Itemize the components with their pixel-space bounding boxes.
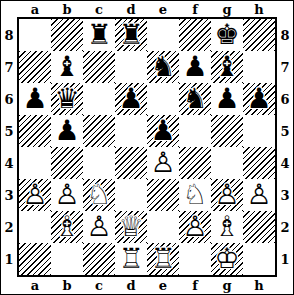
square-g4[interactable] (211, 147, 243, 179)
square-b7[interactable]: ♝♝ (51, 51, 83, 83)
square-b4[interactable] (51, 147, 83, 179)
square-h5[interactable] (243, 115, 275, 147)
square-e3[interactable] (147, 179, 179, 211)
square-f1[interactable] (179, 243, 211, 275)
file-label-f: f (179, 279, 211, 292)
black-pawn-glyph: ♟ (182, 51, 207, 83)
square-c5[interactable] (83, 115, 115, 147)
rank-label-1: 1 (280, 253, 289, 266)
black-pawn-glyph: ♟ (22, 83, 47, 115)
square-c6[interactable] (83, 83, 115, 115)
white-pawn-glyph: ♙ (86, 211, 111, 243)
black-pawn-glyph: ♟ (54, 115, 79, 147)
square-e8[interactable] (147, 19, 179, 51)
square-d6[interactable]: ♟♟ (115, 83, 147, 115)
chess-board: ♜♜♜♜♚♚♝♝♞♞♟♟♝♝♟♟♛♛♟♟♞♞♟♟♟♟♟♟♟♟♟♙♟♙♟♙♞♘♞♘… (19, 19, 275, 275)
file-label-h: h (243, 3, 275, 16)
black-bishop[interactable]: ♝♝ (211, 51, 243, 83)
square-a4[interactable] (19, 147, 51, 179)
black-king[interactable]: ♚♚ (211, 19, 243, 51)
white-pawn-glyph: ♙ (246, 179, 271, 211)
black-knight[interactable]: ♞♞ (179, 83, 211, 115)
rank-label-3: 3 (4, 189, 13, 202)
white-pawn[interactable]: ♟♙ (51, 179, 83, 211)
square-d1[interactable]: ♜♖ (115, 243, 147, 275)
file-label-c: c (83, 3, 115, 16)
black-pawn-glyph: ♟ (150, 115, 175, 147)
square-f3[interactable]: ♞♘ (179, 179, 211, 211)
square-d8[interactable]: ♜♜ (115, 19, 147, 51)
white-pawn[interactable]: ♟♙ (19, 179, 51, 211)
white-knight-glyph: ♘ (182, 179, 207, 211)
black-rook[interactable]: ♜♜ (115, 19, 147, 51)
white-pawn[interactable]: ♟♙ (243, 179, 275, 211)
black-pawn[interactable]: ♟♟ (115, 83, 147, 115)
square-a5[interactable] (19, 115, 51, 147)
square-d3[interactable] (115, 179, 147, 211)
square-f8[interactable] (179, 19, 211, 51)
square-c4[interactable] (83, 147, 115, 179)
square-g8[interactable]: ♚♚ (211, 19, 243, 51)
white-rook-glyph: ♖ (150, 243, 175, 275)
rank-label-4: 4 (280, 157, 289, 170)
white-knight-glyph: ♘ (86, 179, 111, 211)
square-b8[interactable] (51, 19, 83, 51)
square-f2[interactable]: ♟♙ (179, 211, 211, 243)
square-a3[interactable]: ♟♙ (19, 179, 51, 211)
rank-label-2: 2 (280, 221, 289, 234)
square-h1[interactable] (243, 243, 275, 275)
white-rook[interactable]: ♜♖ (115, 243, 147, 275)
file-label-b: b (51, 279, 83, 292)
file-label-b: b (51, 3, 83, 16)
black-queen[interactable]: ♛♛ (51, 83, 83, 115)
file-label-f: f (179, 3, 211, 16)
black-bishop[interactable]: ♝♝ (51, 51, 83, 83)
white-bishop[interactable]: ♝♗ (51, 211, 83, 243)
white-pawn-glyph: ♙ (150, 147, 175, 179)
black-pawn[interactable]: ♟♟ (51, 115, 83, 147)
black-rook[interactable]: ♜♜ (83, 19, 115, 51)
white-pawn-glyph: ♙ (54, 179, 79, 211)
black-knight[interactable]: ♞♞ (147, 51, 179, 83)
square-h8[interactable] (243, 19, 275, 51)
black-bishop-glyph: ♝ (214, 51, 239, 83)
white-pawn-glyph: ♙ (182, 211, 207, 243)
file-label-a: a (19, 279, 51, 292)
file-label-e: e (147, 279, 179, 292)
file-label-e: e (147, 3, 179, 16)
black-bishop-glyph: ♝ (54, 51, 79, 83)
square-h6[interactable]: ♟♟ (243, 83, 275, 115)
white-bishop-glyph: ♗ (54, 211, 79, 243)
square-a8[interactable] (19, 19, 51, 51)
rank-label-3: 3 (280, 189, 289, 202)
white-rook[interactable]: ♜♖ (147, 243, 179, 275)
square-a7[interactable] (19, 51, 51, 83)
chess-diagram: abcdefgh 87654321 ♜♜♜♜♚♚♝♝♞♞♟♟♝♝♟♟♛♛♟♟♞♞… (0, 0, 294, 295)
square-d4[interactable] (115, 147, 147, 179)
rank-labels-left: 87654321 (1, 17, 17, 277)
square-b1[interactable] (51, 243, 83, 275)
square-b2[interactable]: ♝♗ (51, 211, 83, 243)
square-d7[interactable] (115, 51, 147, 83)
rank-label-8: 8 (4, 29, 13, 42)
board-frame: ♜♜♜♜♚♚♝♝♞♞♟♟♝♝♟♟♛♛♟♟♞♞♟♟♟♟♟♟♟♟♟♙♟♙♟♙♞♘♞♘… (17, 17, 277, 277)
square-g6[interactable]: ♟♟ (211, 83, 243, 115)
black-knight-glyph: ♞ (182, 83, 207, 115)
square-c1[interactable] (83, 243, 115, 275)
rank-label-6: 6 (4, 93, 13, 106)
rank-label-1: 1 (4, 253, 13, 266)
file-labels-top: abcdefgh (17, 1, 277, 17)
square-d5[interactable] (115, 115, 147, 147)
black-pawn-glyph: ♟ (214, 83, 239, 115)
black-pawn[interactable]: ♟♟ (147, 115, 179, 147)
rank-label-2: 2 (4, 221, 13, 234)
rank-label-5: 5 (280, 125, 289, 138)
white-pawn[interactable]: ♟♙ (147, 147, 179, 179)
square-e5[interactable]: ♟♟ (147, 115, 179, 147)
white-queen-glyph: ♕ (118, 211, 143, 243)
rank-label-7: 7 (280, 61, 289, 74)
file-label-h: h (243, 279, 275, 292)
square-e7[interactable]: ♞♞ (147, 51, 179, 83)
square-e1[interactable]: ♜♖ (147, 243, 179, 275)
white-bishop-glyph: ♗ (214, 211, 239, 243)
white-pawn-glyph: ♙ (22, 179, 47, 211)
square-a2[interactable] (19, 211, 51, 243)
square-e6[interactable] (147, 83, 179, 115)
square-b6[interactable]: ♛♛ (51, 83, 83, 115)
file-label-g: g (211, 279, 243, 292)
file-label-d: d (115, 3, 147, 16)
square-f4[interactable] (179, 147, 211, 179)
square-f6[interactable]: ♞♞ (179, 83, 211, 115)
square-d2[interactable]: ♛♕ (115, 211, 147, 243)
rank-labels-right: 87654321 (277, 17, 293, 277)
black-pawn[interactable]: ♟♟ (19, 83, 51, 115)
square-f7[interactable]: ♟♟ (179, 51, 211, 83)
black-pawn-glyph: ♟ (246, 83, 271, 115)
square-e2[interactable] (147, 211, 179, 243)
rank-label-5: 5 (4, 125, 13, 138)
black-pawn-glyph: ♟ (118, 83, 143, 115)
black-rook-glyph: ♜ (86, 19, 111, 51)
square-e4[interactable]: ♟♙ (147, 147, 179, 179)
square-c7[interactable] (83, 51, 115, 83)
rank-label-4: 4 (4, 157, 13, 170)
black-pawn[interactable]: ♟♟ (211, 83, 243, 115)
square-a1[interactable] (19, 243, 51, 275)
square-h4[interactable] (243, 147, 275, 179)
white-king[interactable]: ♚♔ (211, 243, 243, 275)
square-b5[interactable]: ♟♟ (51, 115, 83, 147)
white-pawn[interactable]: ♟♙ (179, 211, 211, 243)
square-b3[interactable]: ♟♙ (51, 179, 83, 211)
square-a6[interactable]: ♟♟ (19, 83, 51, 115)
black-knight-glyph: ♞ (150, 51, 175, 83)
square-f5[interactable] (179, 115, 211, 147)
black-queen-glyph: ♛ (54, 83, 79, 115)
square-g7[interactable]: ♝♝ (211, 51, 243, 83)
white-pawn-glyph: ♙ (214, 179, 239, 211)
square-g3[interactable]: ♟♙ (211, 179, 243, 211)
file-label-g: g (211, 3, 243, 16)
black-pawn[interactable]: ♟♟ (243, 83, 275, 115)
file-label-c: c (83, 279, 115, 292)
square-c2[interactable]: ♟♙ (83, 211, 115, 243)
white-pawn[interactable]: ♟♙ (83, 211, 115, 243)
square-c3[interactable]: ♞♘ (83, 179, 115, 211)
file-label-a: a (19, 3, 51, 16)
square-h2[interactable] (243, 211, 275, 243)
square-g5[interactable] (211, 115, 243, 147)
black-rook-glyph: ♜ (118, 19, 143, 51)
white-knight[interactable]: ♞♘ (83, 179, 115, 211)
square-h7[interactable] (243, 51, 275, 83)
file-labels-bottom: abcdefgh (17, 277, 277, 294)
rank-label-7: 7 (4, 61, 13, 74)
black-king-glyph: ♚ (214, 19, 239, 51)
square-h3[interactable]: ♟♙ (243, 179, 275, 211)
black-pawn[interactable]: ♟♟ (179, 51, 211, 83)
square-c8[interactable]: ♜♜ (83, 19, 115, 51)
white-queen[interactable]: ♛♕ (115, 211, 147, 243)
file-label-d: d (115, 279, 147, 292)
white-king-glyph: ♔ (214, 243, 239, 275)
square-g1[interactable]: ♚♔ (211, 243, 243, 275)
square-g2[interactable]: ♝♗ (211, 211, 243, 243)
white-rook-glyph: ♖ (118, 243, 143, 275)
white-knight[interactable]: ♞♘ (179, 179, 211, 211)
white-bishop[interactable]: ♝♗ (211, 211, 243, 243)
rank-label-6: 6 (280, 93, 289, 106)
white-pawn[interactable]: ♟♙ (211, 179, 243, 211)
rank-label-8: 8 (280, 29, 289, 42)
